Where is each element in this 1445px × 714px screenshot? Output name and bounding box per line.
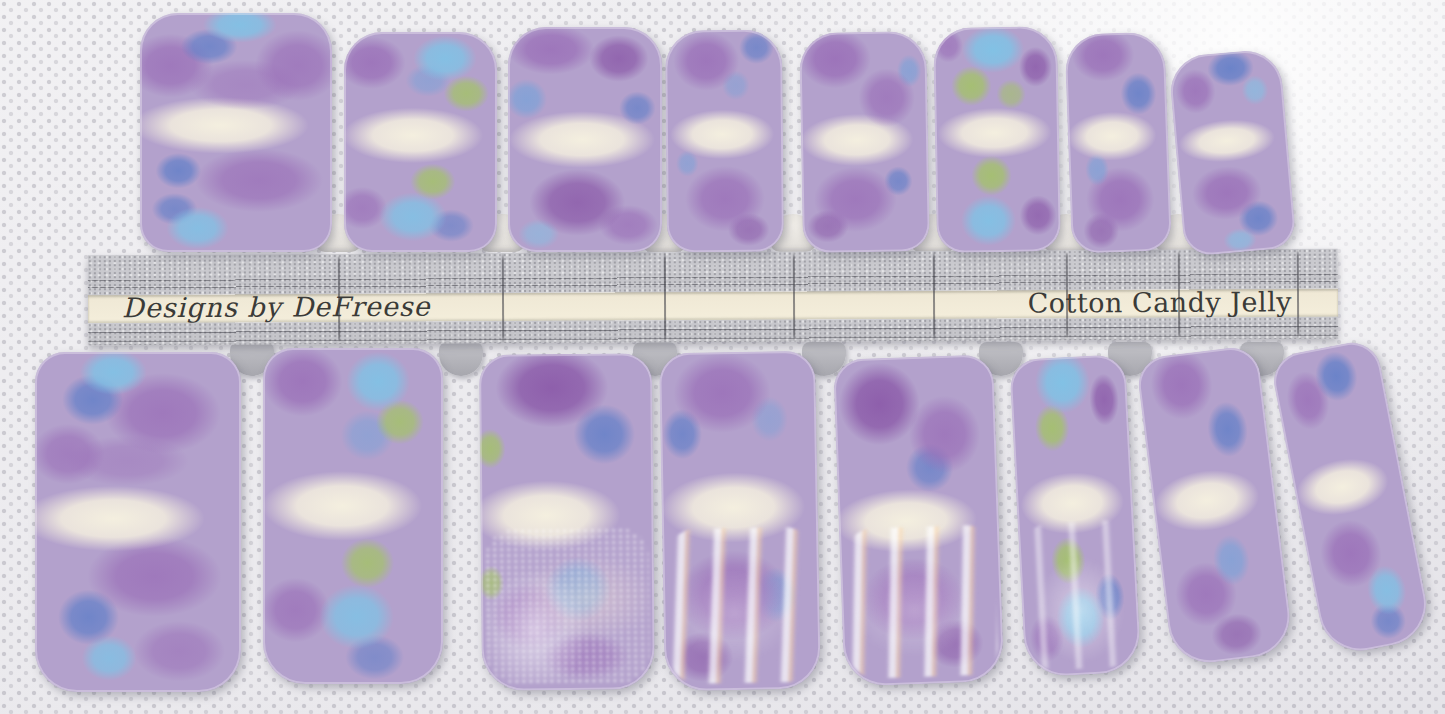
nail-wrap-top-1	[140, 13, 332, 252]
nail-wrap-top-7	[1064, 31, 1172, 253]
photo-canvas: Designs by DeFreese Cotton Candy Jelly	[0, 0, 1445, 714]
nail-wrap-top-8	[1168, 48, 1297, 257]
nail-wrap-top-6	[933, 26, 1061, 253]
nail-wrap-bottom-7	[1135, 345, 1294, 668]
nail-wrap-top-5	[799, 31, 930, 253]
backing-band: Designs by DeFreese Cotton Candy Jelly	[88, 249, 1338, 346]
nail-wrap-bottom-1	[35, 352, 241, 692]
nail-wrap-top-3	[508, 27, 662, 252]
brand-label: Designs by DeFreese	[122, 291, 431, 324]
nail-wrap-bottom-5	[833, 354, 1004, 686]
gloss-reflection	[844, 524, 1000, 680]
nail-wrap-bottom-4	[659, 351, 821, 692]
nail-wrap-bottom-6	[1009, 354, 1141, 678]
gloss-reflection	[667, 526, 816, 684]
gloss-reflection	[1021, 519, 1138, 671]
die-cut-notch-bottom	[439, 342, 483, 376]
nail-wrap-bottom-3	[479, 353, 655, 690]
nail-wrap-top-2	[344, 32, 497, 252]
nail-wrap-bottom-2	[263, 348, 443, 684]
gloss-reflection	[486, 528, 650, 684]
nail-wrap-top-4	[665, 29, 784, 252]
nail-wrap-bottom-8	[1269, 338, 1433, 658]
